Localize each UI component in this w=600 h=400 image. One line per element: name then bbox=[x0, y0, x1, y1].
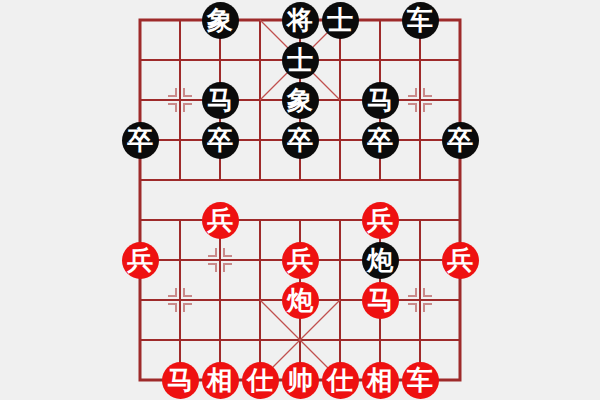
piece-red-horse[interactable]: 马 bbox=[162, 362, 199, 399]
piece-red-cannon[interactable]: 炮 bbox=[282, 282, 319, 319]
piece-red-advisor[interactable]: 仕 bbox=[242, 362, 279, 399]
piece-black-cannon[interactable]: 炮 bbox=[362, 242, 399, 279]
piece-red-general[interactable]: 帅 bbox=[282, 362, 319, 399]
piece-red-advisor[interactable]: 仕 bbox=[322, 362, 359, 399]
piece-black-advisor[interactable]: 士 bbox=[322, 2, 359, 39]
piece-black-soldier[interactable]: 卒 bbox=[362, 122, 399, 159]
piece-black-advisor[interactable]: 士 bbox=[282, 42, 319, 79]
piece-red-soldier[interactable]: 兵 bbox=[282, 242, 319, 279]
piece-black-horse[interactable]: 马 bbox=[362, 82, 399, 119]
piece-red-elephant[interactable]: 相 bbox=[362, 362, 399, 399]
piece-red-soldier[interactable]: 兵 bbox=[362, 202, 399, 239]
piece-black-horse[interactable]: 马 bbox=[202, 82, 239, 119]
piece-red-soldier[interactable]: 兵 bbox=[202, 202, 239, 239]
xiangqi-board: 象将士车士马象马卒卒卒卒卒炮兵兵兵兵兵炮马马相仕帅仕相车 bbox=[120, 0, 480, 400]
piece-grid: 象将士车士马象马卒卒卒卒卒炮兵兵兵兵兵炮马马相仕帅仕相车 bbox=[120, 0, 480, 400]
piece-red-elephant[interactable]: 相 bbox=[202, 362, 239, 399]
piece-black-soldier[interactable]: 卒 bbox=[442, 122, 479, 159]
piece-red-horse[interactable]: 马 bbox=[362, 282, 399, 319]
app-background: 象将士车士马象马卒卒卒卒卒炮兵兵兵兵兵炮马马相仕帅仕相车 bbox=[0, 0, 600, 400]
piece-black-elephant[interactable]: 象 bbox=[282, 82, 319, 119]
piece-black-general[interactable]: 将 bbox=[282, 2, 319, 39]
piece-red-soldier[interactable]: 兵 bbox=[122, 242, 159, 279]
piece-black-elephant[interactable]: 象 bbox=[202, 2, 239, 39]
piece-black-soldier[interactable]: 卒 bbox=[282, 122, 319, 159]
piece-black-soldier[interactable]: 卒 bbox=[122, 122, 159, 159]
piece-black-soldier[interactable]: 卒 bbox=[202, 122, 239, 159]
piece-black-chariot[interactable]: 车 bbox=[402, 2, 439, 39]
piece-red-soldier[interactable]: 兵 bbox=[442, 242, 479, 279]
piece-red-chariot[interactable]: 车 bbox=[402, 362, 439, 399]
